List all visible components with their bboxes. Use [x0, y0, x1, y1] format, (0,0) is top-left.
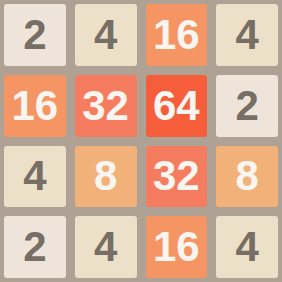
- tile-r1c2: 64: [146, 75, 208, 137]
- tile-r3c2: 16: [146, 216, 208, 278]
- tile-r2c1: 8: [75, 146, 137, 208]
- tile-r0c2: 16: [146, 4, 208, 66]
- tile-r1c0: 16: [4, 75, 66, 137]
- tile-r3c3: 4: [216, 216, 278, 278]
- tile-r0c3: 4: [216, 4, 278, 66]
- tile-r2c3: 8: [216, 146, 278, 208]
- tile-r2c0: 4: [4, 146, 66, 208]
- board-2048[interactable]: 2 4 16 4 16 32 64 2 4 8 32 8 2 4 16 4: [0, 0, 282, 282]
- tile-r0c1: 4: [75, 4, 137, 66]
- tile-r3c1: 4: [75, 216, 137, 278]
- tile-r3c0: 2: [4, 216, 66, 278]
- tile-r1c3: 2: [216, 75, 278, 137]
- tile-r1c1: 32: [75, 75, 137, 137]
- tile-r0c0: 2: [4, 4, 66, 66]
- tile-r2c2: 32: [146, 146, 208, 208]
